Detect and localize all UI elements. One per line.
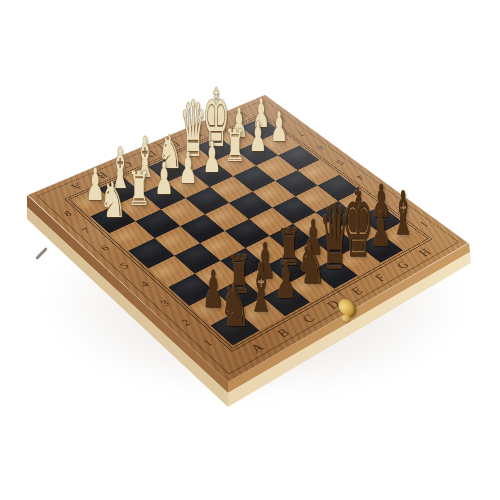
piece-black-pawn-c1: ♟	[275, 255, 297, 306]
piece-white-pawn-e7: ♟	[203, 136, 221, 179]
piece-white-pawn-d7: ♟	[179, 146, 198, 190]
piece-white-pawn-c7: ♟	[154, 157, 173, 201]
piece-black-knight-d1: ♞	[296, 238, 326, 292]
piece-black-bishop-h1: ♝	[391, 183, 415, 243]
piece-black-bishop-b1: ♝	[248, 255, 274, 321]
piece-white-rook-f7: ♜	[224, 125, 246, 169]
piece-white-knight-a7: ♞	[99, 175, 126, 224]
piece-black-knight-a1: ♞	[219, 278, 251, 335]
piece-white-pawn-h7: ♟	[271, 107, 289, 148]
piece-white-pawn-g7: ♟	[249, 117, 267, 159]
piece-white-rook-b7: ♜	[127, 166, 150, 213]
pieces-layer: ♟♝♝♞♛♚♟♟♞♜♟♟♟♜♟♟♟♜♟♜♟♟♟♟♞♝♟♞♛♚♟♝	[0, 0, 500, 500]
product-photo-canvas: AABBCCDDEEFFGGHH8877665544332211 ♟♝♝♞♛♚♟…	[0, 0, 500, 500]
